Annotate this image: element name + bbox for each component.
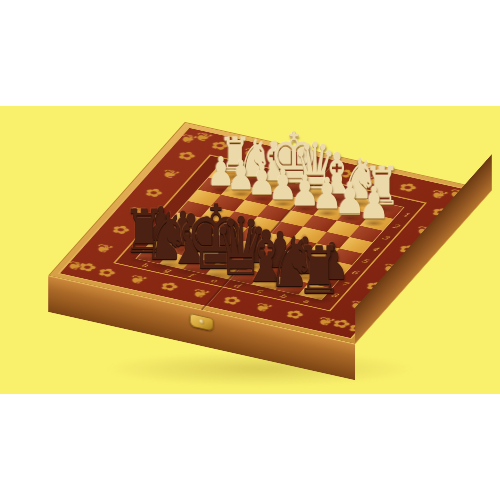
square-b4 [316,232,349,249]
brass-latch-icon [190,313,214,331]
square-b7 [285,266,318,283]
square-b6 [296,255,329,272]
square-b5 [306,243,339,260]
square-c6 [273,250,306,267]
